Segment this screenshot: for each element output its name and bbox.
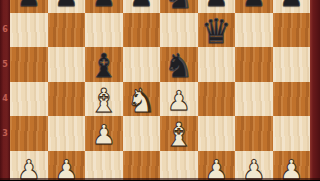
square-c6 xyxy=(85,13,123,48)
square-g4 xyxy=(235,82,273,117)
square-d3 xyxy=(123,116,161,151)
square-d5 xyxy=(123,47,161,82)
square-a2: ♟ xyxy=(10,151,48,180)
chess-board: ♟♟♟♟♞♟♟♟♛♝♞♝♞♟♟♝♟♟♟♟♟ xyxy=(10,0,310,180)
square-b2: ♟ xyxy=(48,151,86,180)
black-pawn-a7: ♟ xyxy=(17,0,41,10)
square-g5 xyxy=(235,47,273,82)
white-pawn-e4: ♟ xyxy=(167,87,191,114)
square-d2 xyxy=(123,151,161,180)
square-c4: ♝ xyxy=(85,82,123,117)
square-a4 xyxy=(10,82,48,117)
square-c3: ♟ xyxy=(85,116,123,151)
square-f6: ♛ xyxy=(198,13,236,48)
black-queen-f6: ♛ xyxy=(201,14,231,48)
square-g7: ♟ xyxy=(235,0,273,13)
square-g6 xyxy=(235,13,273,48)
square-e6 xyxy=(160,13,198,48)
rank-label-5: 5 xyxy=(0,61,10,69)
square-d6 xyxy=(123,13,161,48)
square-e4: ♟ xyxy=(160,82,198,117)
square-e7: ♞ xyxy=(160,0,198,13)
white-knight-d4: ♞ xyxy=(126,84,156,117)
rank-label-6: 6 xyxy=(0,26,10,34)
square-f3 xyxy=(198,116,236,151)
rank-label-3: 3 xyxy=(0,130,10,138)
chess-board-frame: ♟♟♟♟♞♟♟♟♛♝♞♝♞♟♟♝♟♟♟♟♟ 6543 xyxy=(0,0,320,180)
square-f5 xyxy=(198,47,236,82)
white-pawn-g2: ♟ xyxy=(242,156,266,181)
black-pawn-b7: ♟ xyxy=(54,0,78,10)
square-c2 xyxy=(85,151,123,180)
square-h3 xyxy=(273,116,311,151)
black-pawn-f7: ♟ xyxy=(204,0,228,10)
square-e3: ♝ xyxy=(160,116,198,151)
white-bishop-c4: ♝ xyxy=(89,84,119,117)
black-pawn-g7: ♟ xyxy=(242,0,266,10)
square-c7: ♟ xyxy=(85,0,123,13)
square-b7: ♟ xyxy=(48,0,86,13)
square-b6 xyxy=(48,13,86,48)
square-h2: ♟ xyxy=(273,151,311,180)
square-f2: ♟ xyxy=(198,151,236,180)
square-g2: ♟ xyxy=(235,151,273,180)
square-b5 xyxy=(48,47,86,82)
white-pawn-f2: ♟ xyxy=(204,156,228,181)
black-pawn-d7: ♟ xyxy=(129,0,153,10)
square-a5 xyxy=(10,47,48,82)
square-b4 xyxy=(48,82,86,117)
white-pawn-c3: ♟ xyxy=(92,121,116,148)
white-pawn-h2: ♟ xyxy=(279,156,303,181)
black-bishop-c5: ♝ xyxy=(89,49,119,82)
square-a6 xyxy=(10,13,48,48)
square-a7: ♟ xyxy=(10,0,48,13)
square-d7: ♟ xyxy=(123,0,161,13)
board-right-border xyxy=(310,0,320,180)
white-bishop-e3: ♝ xyxy=(164,118,194,151)
square-h4 xyxy=(273,82,311,117)
black-knight-e7: ♞ xyxy=(164,0,194,13)
square-a3 xyxy=(10,116,48,151)
white-pawn-a2: ♟ xyxy=(17,156,41,181)
square-e5: ♞ xyxy=(160,47,198,82)
square-h5 xyxy=(273,47,311,82)
square-d4: ♞ xyxy=(123,82,161,117)
bottom-edge-shadow xyxy=(0,178,320,180)
square-f4 xyxy=(198,82,236,117)
rank-label-4: 4 xyxy=(0,95,10,103)
square-e2 xyxy=(160,151,198,180)
square-b3 xyxy=(48,116,86,151)
black-pawn-h7: ♟ xyxy=(279,0,303,10)
black-knight-e5: ♞ xyxy=(164,49,194,82)
square-c5: ♝ xyxy=(85,47,123,82)
square-g3 xyxy=(235,116,273,151)
square-h7: ♟ xyxy=(273,0,311,13)
black-pawn-c7: ♟ xyxy=(92,0,116,10)
white-pawn-b2: ♟ xyxy=(54,156,78,181)
square-h6 xyxy=(273,13,311,48)
